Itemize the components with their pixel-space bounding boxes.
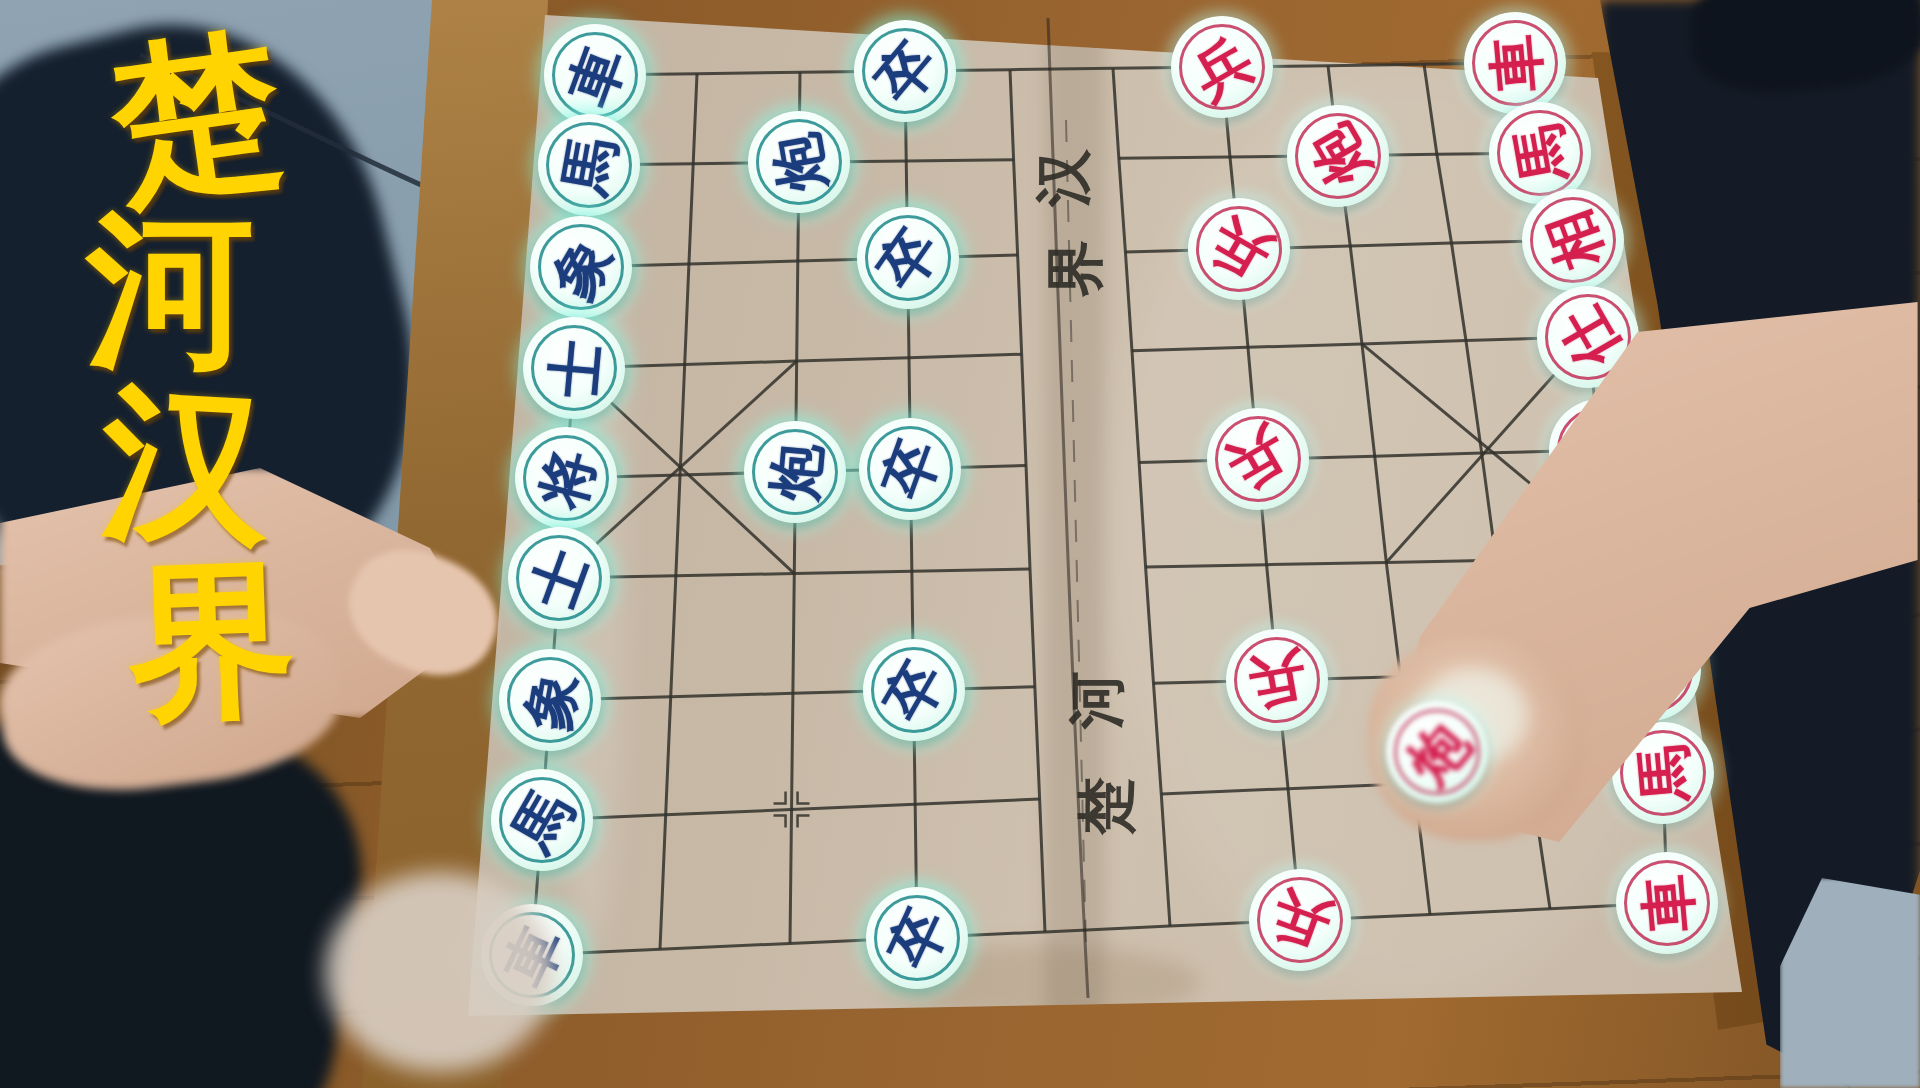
watermark-char-jie: 界 [109, 553, 315, 728]
watermark-char-he: 河 [70, 205, 270, 373]
piece-character: 炮 [1397, 712, 1477, 792]
piece-red-pao-in-hand[interactable]: 炮 [1386, 701, 1488, 803]
watermark-char-chu: 楚 [86, 19, 307, 213]
xiangqi-game-photo: 汉 界 河 楚 車馬象士将士象馬車炮炮卒卒卒卒卒兵兵兵兵兵炮車馬相仕帥仕相馬車 … [0, 0, 1920, 1088]
watermark-char-han: 汉 [82, 375, 291, 553]
